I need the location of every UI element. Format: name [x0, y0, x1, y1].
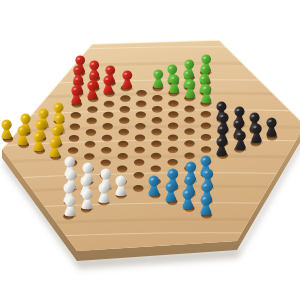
chinese-checkers-photo — [0, 0, 300, 299]
board-hole[interactable] — [69, 135, 79, 142]
peg-red[interactable] — [70, 84, 83, 105]
board-hole[interactable] — [85, 141, 95, 148]
board-hole[interactable] — [118, 153, 128, 160]
board-hole[interactable] — [102, 135, 112, 142]
board-hole[interactable] — [184, 128, 194, 135]
board-hole[interactable] — [136, 101, 146, 108]
peg-red[interactable] — [86, 79, 99, 100]
board-hole[interactable] — [136, 90, 146, 97]
board-hole[interactable] — [101, 159, 111, 166]
board-hole[interactable] — [151, 165, 161, 172]
board-hole[interactable] — [168, 123, 178, 130]
peg-green[interactable] — [168, 73, 181, 94]
board-hole[interactable] — [71, 112, 81, 119]
board-hole[interactable] — [201, 111, 211, 118]
peg-blue[interactable] — [147, 174, 161, 197]
peg-black[interactable] — [265, 116, 278, 138]
board-hole[interactable] — [168, 146, 178, 153]
board-hole[interactable] — [84, 153, 94, 160]
board-hole[interactable] — [168, 100, 178, 107]
board-hole[interactable] — [70, 123, 80, 130]
peg-blue[interactable] — [164, 180, 178, 203]
peg-black[interactable] — [250, 122, 263, 144]
peg-yellow[interactable] — [32, 130, 45, 152]
board-hole[interactable] — [184, 106, 194, 113]
peg-red[interactable] — [102, 74, 115, 95]
board-hole[interactable] — [120, 95, 130, 102]
peg-green[interactable] — [200, 83, 213, 104]
board-hole[interactable] — [168, 159, 178, 166]
board-hole[interactable] — [86, 129, 96, 136]
board-hole[interactable] — [68, 147, 78, 154]
board-hole[interactable] — [201, 134, 211, 141]
board-hole[interactable] — [87, 118, 97, 125]
board-hole[interactable] — [168, 111, 178, 118]
peg-red[interactable] — [121, 69, 134, 90]
peg-green[interactable] — [152, 68, 165, 89]
board-hole[interactable] — [152, 117, 162, 124]
peg-white[interactable] — [63, 194, 77, 217]
board-hole[interactable] — [120, 106, 130, 113]
peg-yellow[interactable] — [0, 118, 13, 140]
board-hole[interactable] — [87, 106, 97, 113]
board-hole[interactable] — [201, 122, 211, 129]
board-hole[interactable] — [184, 153, 194, 160]
board-hole[interactable] — [151, 129, 161, 136]
board-hole[interactable] — [151, 153, 161, 160]
peg-black[interactable] — [215, 135, 228, 157]
board-hole[interactable] — [104, 101, 114, 108]
board-hole[interactable] — [103, 123, 113, 130]
board-hole[interactable] — [133, 185, 143, 192]
board-hole[interactable] — [134, 147, 144, 154]
board-hole[interactable] — [135, 135, 145, 142]
board-hole[interactable] — [101, 147, 111, 154]
board-hole[interactable] — [151, 141, 161, 148]
board-hole[interactable] — [134, 159, 144, 166]
peg-white[interactable] — [80, 187, 94, 210]
peg-yellow[interactable] — [48, 136, 61, 158]
board-hole[interactable] — [168, 134, 178, 141]
peg-white[interactable] — [97, 181, 111, 204]
board-hole[interactable] — [117, 166, 127, 173]
board-hole[interactable] — [152, 106, 162, 113]
peg-blue[interactable] — [181, 187, 195, 210]
peg-blue[interactable] — [199, 193, 213, 216]
board-hole[interactable] — [184, 117, 194, 124]
peg-black[interactable] — [234, 129, 247, 151]
board-hole[interactable] — [152, 95, 162, 102]
board-hole[interactable] — [135, 123, 145, 130]
peg-green[interactable] — [184, 78, 197, 99]
board-hole[interactable] — [136, 112, 146, 119]
board-hole[interactable] — [103, 112, 113, 119]
board-hole[interactable] — [184, 140, 194, 147]
board-hole[interactable] — [134, 172, 144, 179]
board-hole[interactable] — [119, 117, 129, 124]
board-hole[interactable] — [201, 146, 211, 153]
board-hole[interactable] — [119, 129, 129, 136]
peg-white[interactable] — [114, 174, 128, 197]
board-hole[interactable] — [118, 141, 128, 148]
peg-yellow[interactable] — [16, 124, 29, 146]
